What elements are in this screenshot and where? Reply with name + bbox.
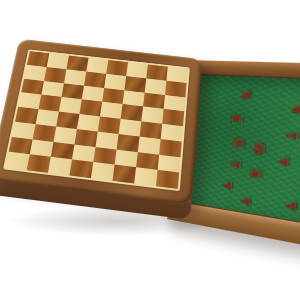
dark-knight-piece: ♞ bbox=[288, 103, 300, 117]
dark-bishop-piece: ♝ bbox=[282, 128, 299, 143]
board-square bbox=[69, 160, 93, 179]
dark-pawn-piece: ♟ bbox=[221, 180, 234, 193]
dark-rook-piece: ♜ bbox=[229, 112, 244, 126]
dark-king-piece: ♚ bbox=[249, 140, 268, 158]
chess-board-grid bbox=[5, 51, 187, 189]
chess-set-product-photo: ♟♞♝♜♟♟♞♜♛♚♝♜♟♟♟♞♟♝♟♟♟♟ bbox=[0, 0, 300, 300]
board-frame bbox=[0, 39, 202, 205]
dark-rook-piece: ♜ bbox=[248, 166, 263, 181]
board-square bbox=[134, 167, 157, 186]
board-square bbox=[156, 170, 179, 189]
board-square bbox=[27, 154, 51, 172]
board-square bbox=[91, 162, 115, 181]
board-square bbox=[113, 165, 137, 184]
dark-bishop-piece: ♝ bbox=[227, 157, 242, 172]
board-face bbox=[3, 49, 190, 191]
dark-pawn-piece: ♟ bbox=[277, 156, 291, 169]
dark-pawn-piece: ♟ bbox=[284, 200, 298, 214]
dark-pawn-piece: ♟ bbox=[239, 195, 252, 208]
chess-board-case bbox=[0, 39, 206, 236]
dark-knight-piece: ♞ bbox=[238, 89, 251, 102]
board-square bbox=[48, 157, 72, 176]
dark-queen-piece: ♛ bbox=[230, 135, 247, 151]
